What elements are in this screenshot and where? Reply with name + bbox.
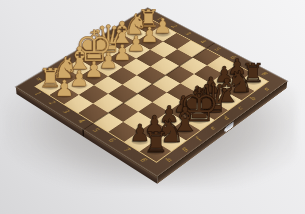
white-pawn-h2[interactable]: ♟	[54, 77, 74, 99]
chess-set-photo: abcdefgh abcdefgh 87654321 87654321 ♜♞♟♝…	[0, 0, 305, 214]
black-rook-h8[interactable]: ♜	[143, 129, 168, 157]
